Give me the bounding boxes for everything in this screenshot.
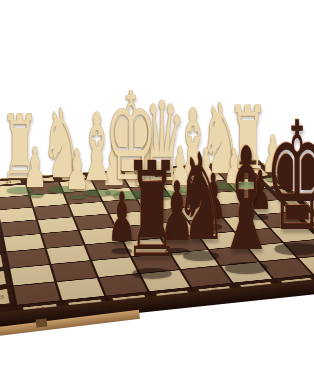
black-rook[interactable]: ♜ — [124, 144, 181, 276]
black-bishop[interactable]: ♝ — [215, 129, 276, 271]
white-pawn[interactable]: ♟ — [65, 142, 89, 198]
pieces-layer: ♜ ♟ ♞ ♟ ♝ ♟ ♚ ♟ ♛ ♟ ♝ ♟ ♞ ♟ ♜ ♟ ♟ ♜ ♟ ♞ … — [0, 0, 314, 369]
product-photo: HGFEDCBA1122334455667788HGFEDCBA ♜ ♟ ♞ ♟… — [0, 0, 314, 369]
white-pawn[interactable]: ♟ — [23, 140, 47, 196]
